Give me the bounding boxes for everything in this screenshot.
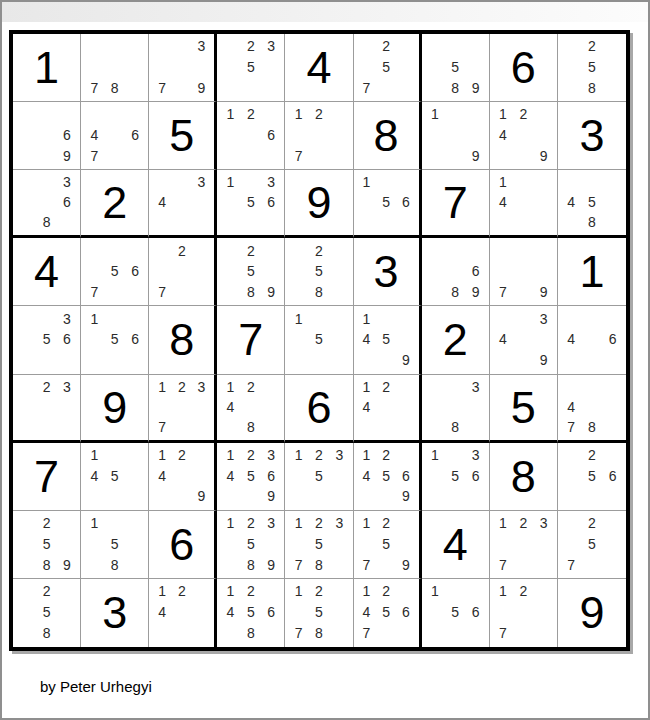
candidate-digit: 1 [288, 104, 308, 125]
given-digit: 7 [217, 306, 284, 373]
candidate-digit: 2 [309, 513, 329, 534]
empty-slot [172, 397, 192, 417]
candidate-digit: 7 [357, 77, 377, 98]
empty-slot [84, 240, 104, 261]
cell-r5c6[interactable]: 1459 [354, 306, 422, 374]
candidate-grid: 19 [425, 104, 486, 166]
candidate-digit: 7 [493, 282, 513, 303]
empty-slot [513, 282, 533, 303]
cell-r2c3[interactable]: 5 [149, 102, 217, 170]
cell-r1c6[interactable]: 257 [354, 34, 422, 102]
cell-r2c4[interactable]: 126 [217, 102, 285, 170]
candidate-grid: 158 [84, 513, 145, 575]
empty-slot [192, 623, 212, 644]
cell-r3c3[interactable]: 34 [149, 170, 217, 238]
candidate-grid: 34 [152, 172, 211, 232]
empty-slot [493, 240, 513, 261]
cell-r6c6[interactable]: 124 [354, 375, 422, 443]
cell-r3c8[interactable]: 14 [490, 170, 558, 238]
cell-r4c7[interactable]: 689 [422, 238, 490, 306]
cell-r7c2[interactable]: 145 [81, 443, 149, 511]
candidate-digit: 8 [104, 554, 124, 575]
candidate-digit: 2 [172, 240, 192, 261]
empty-slot [104, 282, 124, 303]
empty-slot [493, 146, 513, 167]
empty-slot [57, 602, 77, 623]
cell-r7c8[interactable]: 8 [490, 443, 558, 511]
cell-r9c5[interactable]: 12578 [285, 579, 353, 647]
empty-slot [104, 350, 124, 371]
candidate-digit: 6 [396, 192, 416, 212]
cell-r7c3[interactable]: 1249 [149, 443, 217, 511]
given-digit: 9 [285, 170, 352, 235]
cell-r1c4[interactable]: 235 [217, 34, 285, 102]
empty-slot [425, 125, 445, 146]
empty-slot [425, 623, 445, 644]
cell-r1c8[interactable]: 6 [490, 34, 558, 102]
empty-slot [534, 240, 554, 261]
candidate-digit: 1 [357, 513, 377, 534]
cell-r6c4[interactable]: 1248 [217, 375, 285, 443]
empty-slot [445, 623, 465, 644]
candidate-digit: 4 [220, 602, 240, 623]
cell-r5c2[interactable]: 156 [81, 306, 149, 374]
candidate-digit: 2 [513, 513, 533, 534]
candidate-digit: 1 [220, 445, 240, 466]
empty-slot [16, 172, 36, 192]
candidate-digit: 1 [357, 172, 377, 192]
given-digit: 4 [13, 238, 80, 305]
empty-slot [84, 104, 104, 125]
empty-slot [57, 417, 77, 437]
candidate-digit: 2 [309, 445, 329, 466]
candidate-digit: 5 [376, 192, 396, 212]
cell-r1c5[interactable]: 4 [285, 34, 353, 102]
given-digit: 7 [422, 170, 489, 235]
cell-r9c2[interactable]: 3 [81, 579, 149, 647]
empty-slot [16, 212, 36, 232]
candidate-grid: 1248 [220, 377, 281, 437]
empty-slot [445, 261, 465, 282]
empty-slot [57, 581, 77, 602]
empty-slot [329, 602, 349, 623]
cell-r1c9[interactable]: 258 [558, 34, 626, 102]
candidate-digit: 4 [220, 397, 240, 417]
candidate-digit: 3 [465, 377, 485, 397]
candidate-digit: 1 [357, 308, 377, 329]
empty-slot [36, 192, 56, 212]
empty-slot [561, 513, 582, 534]
empty-slot [309, 146, 329, 167]
empty-slot [16, 513, 36, 534]
empty-slot [125, 486, 145, 507]
empty-slot [152, 486, 172, 507]
empty-slot [84, 329, 104, 350]
candidate-digit: 5 [582, 192, 603, 212]
candidate-grid: 1249 [493, 104, 554, 166]
candidate-digit: 7 [357, 623, 377, 644]
empty-slot [104, 513, 124, 534]
empty-slot [513, 602, 533, 623]
empty-slot [329, 125, 349, 146]
cell-r9c1[interactable]: 258 [13, 579, 81, 647]
empty-slot [513, 623, 533, 644]
candidate-digit: 5 [582, 57, 603, 78]
cell-r2c2[interactable]: 467 [81, 102, 149, 170]
empty-slot [396, 623, 416, 644]
empty-slot [425, 77, 445, 98]
cell-r1c1[interactable]: 1 [13, 34, 81, 102]
empty-slot [465, 36, 485, 57]
candidate-digit: 1 [152, 445, 172, 466]
candidate-digit: 9 [534, 282, 554, 303]
candidate-grid: 38 [425, 377, 486, 437]
cell-r6c9[interactable]: 478 [558, 375, 626, 443]
empty-slot [172, 192, 192, 212]
cell-r5c9[interactable]: 46 [558, 306, 626, 374]
empty-slot [465, 397, 485, 417]
candidate-digit: 3 [329, 445, 349, 466]
cell-r2c5[interactable]: 127 [285, 102, 353, 170]
cell-r5c5[interactable]: 15 [285, 306, 353, 374]
empty-slot [125, 554, 145, 575]
empty-slot [582, 350, 603, 371]
cell-r3c5[interactable]: 9 [285, 170, 353, 238]
empty-slot [125, 282, 145, 303]
empty-slot [288, 240, 308, 261]
empty-slot [534, 329, 554, 350]
candidate-grid: 156 [425, 581, 486, 644]
empty-slot [561, 57, 582, 78]
empty-slot [329, 486, 349, 507]
cell-r5c3[interactable]: 8 [149, 306, 217, 374]
cell-r7c1[interactable]: 7 [13, 443, 81, 511]
empty-slot [309, 486, 329, 507]
candidate-digit: 5 [241, 261, 261, 282]
candidate-grid: 349 [493, 308, 554, 370]
empty-slot [16, 397, 36, 417]
cell-r6c8[interactable]: 5 [490, 375, 558, 443]
cell-r7c9[interactable]: 256 [558, 443, 626, 511]
candidate-digit: 7 [84, 77, 104, 98]
cell-r1c3[interactable]: 379 [149, 34, 217, 102]
cell-r3c2[interactable]: 2 [81, 170, 149, 238]
candidate-grid: 567 [84, 240, 145, 302]
empty-slot [261, 377, 281, 397]
cell-r4c1[interactable]: 4 [13, 238, 81, 306]
empty-slot [152, 397, 172, 417]
candidate-digit: 5 [36, 602, 56, 623]
candidate-digit: 5 [582, 465, 603, 486]
candidate-digit: 8 [241, 554, 261, 575]
empty-slot [220, 146, 240, 167]
cell-r4c3[interactable]: 27 [149, 238, 217, 306]
candidate-digit: 6 [261, 192, 281, 212]
cell-r6c2[interactable]: 9 [81, 375, 149, 443]
cell-r1c7[interactable]: 589 [422, 34, 490, 102]
empty-slot [561, 308, 582, 329]
candidate-digit: 2 [309, 581, 329, 602]
empty-slot [172, 261, 192, 282]
candidate-grid: 12578 [288, 581, 349, 644]
candidate-digit: 6 [57, 125, 77, 146]
empty-slot [57, 212, 77, 232]
cell-r8c7[interactable]: 4 [422, 511, 490, 579]
cell-r4c5[interactable]: 258 [285, 238, 353, 306]
cell-r7c7[interactable]: 1356 [422, 443, 490, 511]
candidate-digit: 5 [376, 465, 396, 486]
candidate-digit: 1 [288, 513, 308, 534]
empty-slot [172, 57, 192, 78]
cell-r4c9[interactable]: 1 [558, 238, 626, 306]
empty-slot [513, 350, 533, 371]
empty-slot [513, 308, 533, 329]
cell-r6c5[interactable]: 6 [285, 375, 353, 443]
empty-slot [561, 465, 582, 486]
cell-r1c2[interactable]: 78 [81, 34, 149, 102]
empty-slot [376, 623, 396, 644]
empty-slot [445, 445, 465, 466]
given-digit: 1 [13, 34, 80, 101]
cell-r5c7[interactable]: 2 [422, 306, 490, 374]
cell-r9c8[interactable]: 127 [490, 579, 558, 647]
empty-slot [602, 57, 623, 78]
empty-slot [561, 350, 582, 371]
empty-slot [561, 377, 582, 397]
candidate-digit: 2 [172, 445, 192, 466]
candidate-digit: 1 [493, 104, 513, 125]
empty-slot [192, 602, 212, 623]
candidate-digit: 3 [465, 445, 485, 466]
candidate-digit: 3 [534, 513, 554, 534]
candidate-digit: 5 [445, 57, 465, 78]
empty-slot [288, 602, 308, 623]
candidate-digit: 4 [152, 602, 172, 623]
empty-slot [309, 308, 329, 329]
candidate-digit: 9 [396, 554, 416, 575]
cell-r2c9[interactable]: 3 [558, 102, 626, 170]
cell-r3c9[interactable]: 458 [558, 170, 626, 238]
cell-r7c5[interactable]: 1235 [285, 443, 353, 511]
cell-r8c6[interactable]: 12579 [354, 511, 422, 579]
candidate-digit: 6 [465, 465, 485, 486]
empty-slot [220, 282, 240, 303]
empty-slot [16, 308, 36, 329]
empty-slot [241, 77, 261, 98]
empty-slot [561, 533, 582, 554]
cell-r6c3[interactable]: 1237 [149, 375, 217, 443]
cell-r8c2[interactable]: 158 [81, 511, 149, 579]
empty-slot [425, 397, 445, 417]
empty-slot [534, 104, 554, 125]
empty-slot [534, 554, 554, 575]
cell-r5c8[interactable]: 349 [490, 306, 558, 374]
candidate-digit: 7 [493, 554, 513, 575]
empty-slot [493, 212, 513, 232]
cell-r8c4[interactable]: 123589 [217, 511, 285, 579]
cell-r8c9[interactable]: 257 [558, 511, 626, 579]
empty-slot [104, 57, 124, 78]
candidate-digit: 7 [561, 554, 582, 575]
empty-slot [192, 282, 212, 303]
cell-r9c6[interactable]: 124567 [354, 579, 422, 647]
empty-slot [357, 36, 377, 57]
empty-slot [561, 172, 582, 192]
candidate-digit: 2 [309, 240, 329, 261]
cell-r8c1[interactable]: 2589 [13, 511, 81, 579]
cell-r2c8[interactable]: 1249 [490, 102, 558, 170]
empty-slot [376, 350, 396, 371]
empty-slot [241, 397, 261, 417]
candidate-grid: 124568 [220, 581, 281, 644]
given-digit: 8 [149, 306, 214, 373]
empty-slot [534, 602, 554, 623]
candidate-digit: 8 [582, 212, 603, 232]
cell-r4c8[interactable]: 79 [490, 238, 558, 306]
cell-r4c2[interactable]: 567 [81, 238, 149, 306]
candidate-grid: 124 [357, 377, 416, 437]
candidate-digit: 1 [425, 581, 445, 602]
candidate-digit: 6 [261, 465, 281, 486]
empty-slot [84, 36, 104, 57]
empty-slot [582, 486, 603, 507]
cell-r3c4[interactable]: 1356 [217, 170, 285, 238]
empty-slot [396, 77, 416, 98]
empty-slot [376, 417, 396, 437]
empty-slot [125, 240, 145, 261]
candidate-grid: 1237 [493, 513, 554, 575]
empty-slot [465, 486, 485, 507]
cell-r7c6[interactable]: 124569 [354, 443, 422, 511]
empty-slot [445, 125, 465, 146]
empty-slot [396, 513, 416, 534]
candidate-digit: 5 [376, 57, 396, 78]
empty-slot [425, 36, 445, 57]
cell-r3c6[interactable]: 156 [354, 170, 422, 238]
empty-slot [396, 212, 416, 232]
candidate-grid: 46 [561, 308, 623, 370]
empty-slot [602, 417, 623, 437]
cell-r5c4[interactable]: 7 [217, 306, 285, 374]
candidate-digit: 6 [125, 261, 145, 282]
empty-slot [534, 623, 554, 644]
empty-slot [192, 581, 212, 602]
empty-slot [425, 465, 445, 486]
candidate-digit: 5 [36, 533, 56, 554]
empty-slot [582, 329, 603, 350]
empty-slot [309, 350, 329, 371]
candidate-digit: 2 [376, 513, 396, 534]
cell-r9c7[interactable]: 156 [422, 579, 490, 647]
empty-slot [125, 104, 145, 125]
cell-r9c9[interactable]: 9 [558, 579, 626, 647]
candidate-digit: 9 [57, 146, 77, 167]
cell-r9c3[interactable]: 124 [149, 579, 217, 647]
cell-r3c7[interactable]: 7 [422, 170, 490, 238]
empty-slot [125, 350, 145, 371]
candidate-grid: 127 [288, 104, 349, 166]
empty-slot [36, 104, 56, 125]
candidate-digit: 2 [376, 36, 396, 57]
candidate-digit: 9 [261, 554, 281, 575]
empty-slot [261, 146, 281, 167]
candidate-grid: 689 [425, 240, 486, 302]
cell-r2c1[interactable]: 69 [13, 102, 81, 170]
candidate-digit: 8 [104, 77, 124, 98]
candidate-digit: 1 [84, 513, 104, 534]
empty-slot [329, 465, 349, 486]
empty-slot [602, 308, 623, 329]
candidate-digit: 5 [241, 192, 261, 212]
candidate-grid: 124 [152, 581, 211, 644]
cell-r2c7[interactable]: 19 [422, 102, 490, 170]
empty-slot [602, 192, 623, 212]
empty-slot [602, 513, 623, 534]
empty-slot [582, 172, 603, 192]
candidate-digit: 1 [152, 581, 172, 602]
empty-slot [396, 397, 416, 417]
candidate-digit: 2 [582, 36, 603, 57]
empty-slot [16, 417, 36, 437]
candidate-digit: 5 [309, 533, 329, 554]
candidate-digit: 1 [220, 581, 240, 602]
empty-slot [465, 125, 485, 146]
candidate-grid: 1249 [152, 445, 211, 507]
cell-r3c1[interactable]: 368 [13, 170, 81, 238]
empty-slot [16, 104, 36, 125]
candidate-digit: 7 [152, 77, 172, 98]
empty-slot [104, 104, 124, 125]
empty-slot [36, 308, 56, 329]
candidate-digit: 4 [357, 397, 377, 417]
cell-r6c7[interactable]: 38 [422, 375, 490, 443]
candidate-grid: 478 [561, 377, 623, 437]
candidate-digit: 8 [309, 554, 329, 575]
cell-r4c6[interactable]: 3 [354, 238, 422, 306]
empty-slot [534, 533, 554, 554]
cell-r4c4[interactable]: 2589 [217, 238, 285, 306]
candidate-digit: 4 [561, 397, 582, 417]
empty-slot [396, 445, 416, 466]
empty-slot [192, 417, 212, 437]
candidate-digit: 6 [396, 602, 416, 623]
empty-slot [152, 623, 172, 644]
empty-slot [561, 445, 582, 466]
cell-r2c6[interactable]: 8 [354, 102, 422, 170]
empty-slot [396, 36, 416, 57]
given-digit: 3 [558, 102, 626, 169]
cell-r7c4[interactable]: 1234569 [217, 443, 285, 511]
empty-slot [396, 533, 416, 554]
cell-r6c1[interactable]: 23 [13, 375, 81, 443]
empty-slot [220, 57, 240, 78]
cell-r8c5[interactable]: 123578 [285, 511, 353, 579]
cell-r8c3[interactable]: 6 [149, 511, 217, 579]
candidate-grid: 14 [493, 172, 554, 232]
cell-r5c1[interactable]: 356 [13, 306, 81, 374]
empty-slot [493, 261, 513, 282]
candidate-digit: 7 [84, 282, 104, 303]
cell-r8c8[interactable]: 1237 [490, 511, 558, 579]
empty-slot [36, 146, 56, 167]
empty-slot [329, 581, 349, 602]
empty-slot [261, 261, 281, 282]
candidate-grid: 156 [84, 308, 145, 370]
candidate-digit: 5 [104, 465, 124, 486]
cell-r9c4[interactable]: 124568 [217, 579, 285, 647]
candidate-digit: 8 [582, 77, 603, 98]
empty-slot [465, 104, 485, 125]
